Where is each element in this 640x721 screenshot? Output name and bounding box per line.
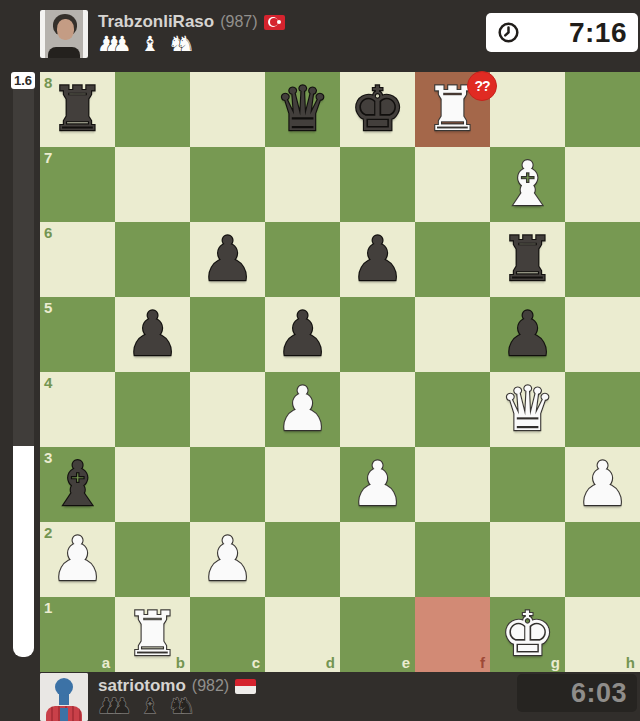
square-f1[interactable]: f (415, 597, 490, 672)
square-b6[interactable] (115, 222, 190, 297)
piece-black-pawn-g5[interactable]: ♟ (490, 297, 565, 372)
piece-black-pawn-c6[interactable]: ♟ (190, 222, 265, 297)
top-player-bar: TrabzonliRaso (987) ♟♟♟♝♞♞ 7:16 (0, 0, 640, 66)
square-a8[interactable]: 8♜ (40, 72, 115, 147)
captured-white-knight-icon: ♞ (176, 32, 195, 56)
square-a7[interactable]: 7 (40, 147, 115, 222)
piece-white-pawn-d4[interactable]: ♟ (265, 372, 340, 447)
square-g6[interactable]: ♜ (490, 222, 565, 297)
rank-label-7: 7 (44, 149, 52, 166)
square-d1[interactable]: d (265, 597, 340, 672)
captured-knight-group: ♞♞ (168, 32, 195, 56)
square-b8[interactable] (115, 72, 190, 147)
top-player-name-row[interactable]: TrabzonliRaso (987) (98, 12, 285, 32)
square-h8[interactable] (565, 72, 640, 147)
square-f5[interactable] (415, 297, 490, 372)
square-g2[interactable] (490, 522, 565, 597)
clock-icon (497, 21, 520, 44)
square-d3[interactable] (265, 447, 340, 522)
avatar-photo-face (57, 19, 74, 40)
square-c2[interactable]: ♟ (190, 522, 265, 597)
piece-white-queen-g4[interactable]: ♛ (490, 372, 565, 447)
indonesia-flag-icon (235, 679, 256, 694)
square-a5[interactable]: 5 (40, 297, 115, 372)
square-g8[interactable] (490, 72, 565, 147)
square-a1[interactable]: 1a (40, 597, 115, 672)
square-f3[interactable] (415, 447, 490, 522)
captured-white-bishop-icon: ♝ (140, 32, 159, 56)
piece-black-king-e8[interactable]: ♚ (340, 72, 415, 147)
captured-pawn-group: ♟♟♟ (97, 32, 131, 56)
piece-white-pawn-c2[interactable]: ♟ (190, 522, 265, 597)
evaluation-score-badge: 1.6 (11, 72, 35, 89)
avatar-shirt-vee (60, 708, 68, 721)
piece-white-pawn-a2[interactable]: ♟ (40, 522, 115, 597)
square-a4[interactable]: 4 (40, 372, 115, 447)
square-e3[interactable]: ♟ (340, 447, 415, 522)
square-h2[interactable] (565, 522, 640, 597)
captured-black-knight-icon: ♞ (176, 694, 195, 718)
piece-black-queen-d8[interactable]: ♛ (265, 72, 340, 147)
square-e7[interactable] (340, 147, 415, 222)
piece-white-pawn-e3[interactable]: ♟ (340, 447, 415, 522)
piece-white-bishop-g7[interactable]: ♝ (490, 147, 565, 222)
square-c4[interactable] (190, 372, 265, 447)
captured-pawn-group: ♟♟♟ (97, 694, 131, 718)
rank-label-1: 1 (44, 599, 52, 616)
top-clock-time: 7:16 (520, 17, 627, 49)
evaluation-bar (13, 72, 34, 657)
square-a6[interactable]: 6 (40, 222, 115, 297)
square-g4[interactable]: ♛ (490, 372, 565, 447)
square-d8[interactable]: ♛ (265, 72, 340, 147)
bottom-captured-pieces: ♟♟♟♝♞♞ (97, 694, 195, 718)
square-c1[interactable]: c (190, 597, 265, 672)
square-g1[interactable]: g♚ (490, 597, 565, 672)
piece-black-pawn-e6[interactable]: ♟ (340, 222, 415, 297)
square-g7[interactable]: ♝ (490, 147, 565, 222)
square-h7[interactable] (565, 147, 640, 222)
file-label-f: f (480, 654, 485, 671)
square-e5[interactable] (340, 297, 415, 372)
square-e1[interactable]: e (340, 597, 415, 672)
chess-board: 8♜♛♚♜7♝6♟♟♜5♟♟♟4♟♛3♝♟♟2♟♟1ab♜cdefg♚h (40, 72, 640, 672)
square-d2[interactable] (265, 522, 340, 597)
piece-white-pawn-h3[interactable]: ♟ (565, 447, 640, 522)
bottom-player-clock: 6:03 (517, 674, 637, 712)
turkey-flag-icon (264, 15, 285, 30)
avatar-head (55, 678, 73, 696)
captured-white-pawn-icon: ♟ (113, 32, 132, 56)
square-f4[interactable] (415, 372, 490, 447)
file-label-c: c (252, 654, 260, 671)
piece-black-bishop-a3[interactable]: ♝ (40, 447, 115, 522)
square-e8[interactable]: ♚ (340, 72, 415, 147)
captured-bishop-group: ♝ (140, 694, 159, 718)
square-b5[interactable]: ♟ (115, 297, 190, 372)
top-player-avatar[interactable] (40, 10, 88, 58)
bottom-player-name-row[interactable]: satriotomo (982) (98, 676, 256, 696)
square-f6[interactable] (415, 222, 490, 297)
top-player-clock: 7:16 (486, 13, 638, 52)
captured-knight-group: ♞♞ (168, 694, 195, 718)
bottom-player-bar: satriotomo (982) ♟♟♟♝♞♞ 6:03 (0, 672, 640, 721)
bottom-player-name: satriotomo (98, 676, 186, 696)
square-b3[interactable] (115, 447, 190, 522)
square-d7[interactable] (265, 147, 340, 222)
square-b1[interactable]: b♜ (115, 597, 190, 672)
file-label-h: h (626, 654, 635, 671)
top-player-rating: (987) (220, 13, 257, 31)
square-h1[interactable]: h (565, 597, 640, 672)
square-h5[interactable] (565, 297, 640, 372)
square-h6[interactable] (565, 222, 640, 297)
square-b7[interactable] (115, 147, 190, 222)
square-g5[interactable]: ♟ (490, 297, 565, 372)
square-h4[interactable] (565, 372, 640, 447)
square-e6[interactable]: ♟ (340, 222, 415, 297)
square-e2[interactable] (340, 522, 415, 597)
file-label-d: d (326, 654, 335, 671)
square-a2[interactable]: 2♟ (40, 522, 115, 597)
square-g3[interactable] (490, 447, 565, 522)
square-b4[interactable] (115, 372, 190, 447)
bottom-clock-time: 6:03 (571, 678, 627, 709)
square-d5[interactable]: ♟ (265, 297, 340, 372)
bottom-player-avatar[interactable] (40, 673, 88, 721)
top-captured-pieces: ♟♟♟♝♞♞ (97, 32, 195, 56)
piece-black-pawn-b5[interactable]: ♟ (115, 297, 190, 372)
file-label-e: e (402, 654, 410, 671)
piece-white-rook-b1[interactable]: ♜ (115, 597, 190, 672)
square-f7[interactable] (415, 147, 490, 222)
square-a3[interactable]: 3♝ (40, 447, 115, 522)
square-c6[interactable]: ♟ (190, 222, 265, 297)
captured-bishop-group: ♝ (140, 32, 159, 56)
square-c3[interactable] (190, 447, 265, 522)
piece-white-king-g1[interactable]: ♚ (490, 597, 565, 672)
piece-black-rook-g6[interactable]: ♜ (490, 222, 565, 297)
rank-label-4: 4 (44, 374, 52, 391)
bottom-player-rating: (982) (192, 677, 229, 695)
square-c5[interactable] (190, 297, 265, 372)
piece-black-rook-a8[interactable]: ♜ (40, 72, 115, 147)
square-f2[interactable] (415, 522, 490, 597)
piece-black-pawn-d5[interactable]: ♟ (265, 297, 340, 372)
top-player-name: TrabzonliRaso (98, 12, 214, 32)
square-c7[interactable] (190, 147, 265, 222)
square-d6[interactable] (265, 222, 340, 297)
captured-black-pawn-icon: ♟ (113, 694, 132, 718)
chess-app: TrabzonliRaso (987) ♟♟♟♝♞♞ 7:16 1.6 8♜♛♚… (0, 0, 640, 721)
square-d4[interactable]: ♟ (265, 372, 340, 447)
square-b2[interactable] (115, 522, 190, 597)
blunder-annotation-badge: ?? (467, 71, 497, 101)
rank-label-6: 6 (44, 224, 52, 241)
square-c8[interactable] (190, 72, 265, 147)
square-e4[interactable] (340, 372, 415, 447)
evaluation-white-portion (13, 446, 34, 657)
captured-black-bishop-icon: ♝ (140, 694, 159, 718)
file-label-a: a (102, 654, 110, 671)
rank-label-5: 5 (44, 299, 52, 316)
avatar-photo-shirt (48, 47, 80, 58)
square-h3[interactable]: ♟ (565, 447, 640, 522)
